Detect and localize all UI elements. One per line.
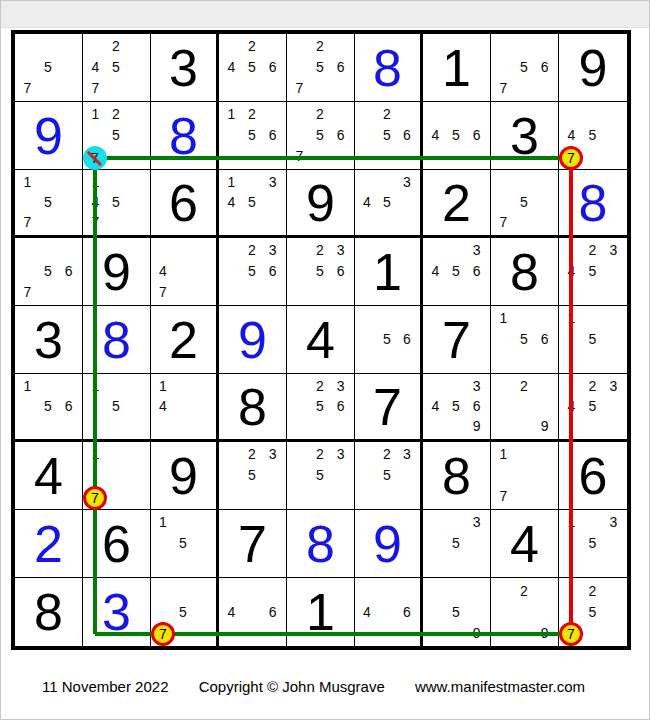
candidate-slot: 2 (310, 376, 331, 396)
candidate-slot (58, 281, 79, 302)
candidate-slot (514, 212, 535, 232)
candidate-slot (425, 512, 446, 533)
candidate-slot (173, 376, 193, 396)
candidate-slot (221, 580, 242, 601)
cell-r8c7[interactable]: 35 (423, 510, 491, 578)
candidate-slot: 4 (221, 192, 242, 212)
candidate-slot (357, 465, 377, 486)
cell-r4c8[interactable]: 8 (491, 238, 559, 306)
candidate-slot (85, 125, 106, 146)
candidate-slot (242, 212, 263, 232)
cell-r3c8[interactable]: 57 (491, 170, 559, 238)
candidate-slot (17, 261, 38, 282)
candidate-slot (561, 104, 582, 125)
candidate-slot (262, 212, 283, 232)
candidate-slot (603, 104, 624, 125)
pencil-marks: 156 (17, 376, 79, 436)
candidate-slot: 9 (466, 416, 487, 436)
candidate-slot (106, 465, 127, 486)
footer-website: www.manifestmaster.com (415, 678, 585, 695)
candidate-slot (17, 192, 38, 212)
cell-r1c5[interactable]: 2567 (287, 34, 355, 102)
sudoku-board: 5724573245625678156799125812562567256456… (11, 30, 631, 650)
candidate-slot (126, 192, 147, 212)
candidate-slot: 5 (582, 533, 603, 554)
cell-r3c5[interactable]: 9 (287, 170, 355, 238)
candidate-slot: 5 (310, 57, 331, 78)
candidate-slot: 6 (397, 601, 417, 622)
candidate-slot: 1 (17, 172, 38, 192)
chain-node-circle-r2c9: 7 (559, 146, 583, 170)
candidate-slot: 5 (242, 465, 263, 486)
candidate-slot (330, 416, 351, 436)
cell-r7c4[interactable]: 235 (219, 442, 287, 510)
cell-r1c8[interactable]: 567 (491, 34, 559, 102)
candidate-slot (582, 281, 603, 302)
candidate-slot (153, 416, 173, 436)
candidate-slot (493, 396, 514, 416)
candidate-slot (17, 36, 38, 57)
candidate-slot (534, 349, 555, 370)
cell-r8c6[interactable]: 9 (355, 510, 423, 578)
candidate-slot: 3 (466, 512, 487, 533)
candidate-slot: 7 (153, 281, 173, 302)
given-digit: 8 (491, 238, 558, 305)
pencil-marks: 57 (493, 172, 555, 232)
candidate-slot (17, 416, 38, 436)
cell-r9c1[interactable]: 8 (15, 578, 83, 646)
candidate-slot: 2 (310, 444, 331, 465)
candidate-slot (242, 281, 263, 302)
candidate-slot: 6 (466, 396, 487, 416)
pencil-marks: 567 (493, 36, 555, 98)
candidate-slot (262, 104, 283, 125)
candidate-slot: 5 (38, 261, 59, 282)
candidate-slot: 2 (514, 376, 535, 396)
candidate-slot (357, 212, 377, 232)
candidate-slot (603, 416, 624, 436)
candidate-slot: 4 (357, 192, 377, 212)
candidate-slot (262, 580, 283, 601)
candidate-slot (242, 485, 263, 506)
cell-r6c1[interactable]: 156 (15, 374, 83, 442)
candidate-slot (425, 533, 446, 554)
candidate-slot (425, 416, 446, 436)
candidate-slot: 3 (603, 240, 624, 261)
candidate-slot (38, 212, 59, 232)
candidate-slot: 5 (242, 125, 263, 146)
pencil-marks: 56 (357, 308, 417, 370)
cell-r7c6[interactable]: 235 (355, 442, 423, 510)
given-digit: 7 (219, 510, 286, 577)
cell-r5c1[interactable]: 3 (15, 306, 83, 374)
given-digit: 9 (559, 34, 627, 101)
candidate-slot (582, 622, 603, 643)
cell-r8c5[interactable]: 8 (287, 510, 355, 578)
given-digit: 8 (219, 374, 286, 439)
cell-r1c2[interactable]: 2457 (83, 34, 151, 102)
cell-r6c7[interactable]: 34569 (423, 374, 491, 442)
candidate-slot: 1 (221, 172, 242, 192)
pencil-marks: 3456 (425, 240, 487, 302)
cell-r5c8[interactable]: 156 (491, 306, 559, 374)
candidate-slot (153, 240, 173, 261)
candidate-slot (262, 485, 283, 506)
candidate-slot (466, 533, 487, 554)
candidate-slot: 7 (493, 212, 514, 232)
cell-r6c4[interactable]: 8 (219, 374, 287, 442)
candidate-slot: 2 (106, 36, 127, 57)
candidate-slot (173, 261, 193, 282)
candidate-slot (425, 104, 446, 125)
cell-r3c6[interactable]: 345 (355, 170, 423, 238)
candidate-slot: 4 (425, 125, 446, 146)
candidate-slot (397, 212, 417, 232)
candidate-slot: 6 (262, 57, 283, 78)
candidate-slot: 4 (153, 261, 173, 282)
candidate-slot: 6 (534, 329, 555, 350)
chain-line-red-right (569, 158, 573, 634)
given-digit: 9 (151, 442, 216, 509)
chain-line-green-top (95, 156, 571, 160)
candidate-slot (425, 281, 446, 302)
chain-node-circle-r2c2: 7 (83, 146, 107, 170)
pencil-marks: 235 (357, 444, 417, 506)
candidate-slot: 2 (310, 104, 331, 125)
candidate-slot (330, 465, 351, 486)
cell-r4c3[interactable]: 47 (151, 238, 219, 306)
candidate-slot (330, 485, 351, 506)
candidate-slot: 5 (514, 192, 535, 212)
candidate-slot (493, 57, 514, 78)
candidate-slot: 2 (242, 444, 263, 465)
candidate-slot (173, 553, 193, 574)
candidate-slot (106, 172, 127, 192)
candidate-slot: 5 (242, 57, 263, 78)
cell-r1c4[interactable]: 2456 (219, 34, 287, 102)
candidate-slot: 6 (330, 125, 351, 146)
candidate-slot (106, 485, 127, 506)
cell-r7c1[interactable]: 4 (15, 442, 83, 510)
cell-r3c3[interactable]: 6 (151, 170, 219, 238)
candidate-slot (126, 465, 147, 486)
candidate-slot (357, 308, 377, 329)
candidate-slot (493, 465, 514, 486)
candidate-slot (126, 416, 147, 436)
candidate-slot (193, 553, 213, 574)
candidate-slot (357, 580, 377, 601)
candidate-slot (173, 240, 193, 261)
candidate-slot (534, 308, 555, 329)
candidate-slot (262, 465, 283, 486)
candidate-slot (289, 36, 310, 57)
candidate-slot (58, 77, 79, 98)
cell-r1c9[interactable]: 9 (559, 34, 627, 102)
pencil-marks: 2456 (221, 36, 283, 98)
eliminated-strike-icon (87, 150, 102, 165)
candidate-slot (493, 349, 514, 370)
cell-r8c1[interactable]: 2 (15, 510, 83, 578)
candidate-slot (126, 104, 147, 125)
candidate-slot (126, 57, 147, 78)
cell-r2c1[interactable]: 9 (15, 102, 83, 170)
candidate-slot (58, 57, 79, 78)
cell-r3c7[interactable]: 2 (423, 170, 491, 238)
candidate-slot (106, 212, 127, 232)
candidate-slot (153, 553, 173, 574)
candidate-slot: 5 (446, 396, 467, 416)
candidate-slot (603, 329, 624, 350)
cell-r1c1[interactable]: 57 (15, 34, 83, 102)
candidate-slot (289, 261, 310, 282)
cell-r6c3[interactable]: 14 (151, 374, 219, 442)
pencil-marks: 1345 (221, 172, 283, 232)
candidate-slot (242, 580, 263, 601)
candidate-slot: 5 (106, 125, 127, 146)
candidate-slot (221, 36, 242, 57)
candidate-slot (262, 77, 283, 98)
candidate-slot (357, 125, 377, 146)
pencil-marks: 2457 (85, 36, 147, 98)
candidate-slot: 7 (493, 485, 514, 506)
cell-r5c7[interactable]: 7 (423, 306, 491, 374)
candidate-slot: 3 (262, 172, 283, 192)
candidate-slot (514, 172, 535, 192)
candidate-slot: 5 (310, 125, 331, 146)
cell-r8c8[interactable]: 4 (491, 510, 559, 578)
candidate-slot (582, 512, 603, 533)
candidate-slot (58, 192, 79, 212)
candidate-slot: 5 (38, 192, 59, 212)
candidate-slot (397, 349, 417, 370)
candidate-slot (58, 36, 79, 57)
candidate-slot: 2 (242, 240, 263, 261)
candidate-slot (425, 601, 446, 622)
candidate-slot: 6 (330, 261, 351, 282)
pencil-marks: 47 (153, 240, 213, 302)
candidate-slot (221, 77, 242, 98)
candidate-slot (377, 349, 397, 370)
candidate-slot (446, 512, 467, 533)
pencil-marks: 2356 (221, 240, 283, 302)
candidate-slot (446, 240, 467, 261)
candidate-slot (106, 444, 127, 465)
candidate-slot: 2 (377, 444, 397, 465)
given-digit: 7 (355, 374, 420, 439)
solved-digit: 9 (15, 102, 82, 169)
candidate-slot (425, 580, 446, 601)
cell-r6c6[interactable]: 7 (355, 374, 423, 442)
chain-node-circle-r9c3: 7 (151, 622, 175, 646)
candidate-slot: 2 (242, 104, 263, 125)
candidate-slot (425, 553, 446, 574)
candidate-slot (446, 416, 467, 436)
candidate-slot (262, 36, 283, 57)
cell-r4c4[interactable]: 2356 (219, 238, 287, 306)
candidate-slot (126, 396, 147, 416)
cell-r4c7[interactable]: 3456 (423, 238, 491, 306)
cell-r1c6[interactable]: 8 (355, 34, 423, 102)
candidate-slot (397, 580, 417, 601)
given-digit: 2 (423, 170, 490, 235)
candidate-slot (582, 104, 603, 125)
candidate-slot (582, 553, 603, 574)
candidate-slot: 5 (446, 601, 467, 622)
solved-digit: 9 (219, 306, 286, 373)
candidate-slot (446, 104, 467, 125)
candidate-slot (603, 580, 624, 601)
candidate-slot (173, 396, 193, 416)
candidate-slot (466, 104, 487, 125)
cell-r1c3[interactable]: 3 (151, 34, 219, 102)
cell-r7c8[interactable]: 17 (491, 442, 559, 510)
candidate-slot (58, 240, 79, 261)
given-digit: 3 (151, 34, 216, 101)
candidate-slot (193, 580, 213, 601)
candidate-slot: 5 (446, 261, 467, 282)
cell-r5c4[interactable]: 9 (219, 306, 287, 374)
candidate-slot (126, 444, 147, 465)
candidate-slot (603, 125, 624, 146)
candidate-slot (221, 444, 242, 465)
cell-r7c3[interactable]: 9 (151, 442, 219, 510)
cell-r3c1[interactable]: 157 (15, 170, 83, 238)
solved-digit: 8 (355, 34, 420, 101)
candidate-slot: 3 (466, 240, 487, 261)
candidate-slot (289, 125, 310, 146)
candidate-slot (17, 57, 38, 78)
given-digit: 4 (15, 442, 82, 509)
cell-r4c1[interactable]: 567 (15, 238, 83, 306)
cell-r8c3[interactable]: 15 (151, 510, 219, 578)
candidate-slot: 5 (242, 192, 263, 212)
candidate-slot: 6 (262, 125, 283, 146)
given-digit: 8 (423, 442, 490, 509)
candidate-slot (357, 444, 377, 465)
candidate-slot (446, 553, 467, 574)
candidate-slot: 3 (603, 512, 624, 533)
candidate-slot: 2 (514, 580, 535, 601)
candidate-slot: 3 (330, 376, 351, 396)
cell-r5c3[interactable]: 2 (151, 306, 219, 374)
candidate-slot: 6 (534, 57, 555, 78)
candidate-slot: 3 (397, 172, 417, 192)
candidate-slot: 2 (377, 104, 397, 125)
candidate-slot: 5 (514, 57, 535, 78)
candidate-slot (310, 77, 331, 98)
candidate-slot: 5 (38, 396, 59, 416)
candidate-slot (38, 77, 59, 98)
candidate-slot (534, 36, 555, 57)
candidate-slot: 5 (106, 396, 127, 416)
cell-r1c7[interactable]: 1 (423, 34, 491, 102)
candidate-slot (173, 580, 193, 601)
candidate-slot: 4 (357, 601, 377, 622)
candidate-slot (397, 308, 417, 329)
candidate-slot (425, 376, 446, 396)
candidate-slot (126, 125, 147, 146)
cell-r7c7[interactable]: 8 (423, 442, 491, 510)
candidate-slot (603, 622, 624, 643)
candidate-slot: 5 (377, 329, 397, 350)
candidate-slot (193, 601, 213, 622)
footer-date: 11 November 2022 (42, 678, 168, 695)
candidate-slot: 1 (221, 104, 242, 125)
candidate-slot (330, 77, 351, 98)
cell-r8c4[interactable]: 7 (219, 510, 287, 578)
pencil-marks: 567 (17, 240, 79, 302)
candidate-slot (221, 261, 242, 282)
candidate-slot (493, 580, 514, 601)
candidate-slot: 2 (106, 104, 127, 125)
candidate-slot (310, 416, 331, 436)
candidate-slot (493, 601, 514, 622)
candidate-slot (514, 308, 535, 329)
candidate-slot (466, 601, 487, 622)
candidate-slot (126, 212, 147, 232)
candidate-slot: 2 (582, 376, 603, 396)
cell-r4c6[interactable]: 1 (355, 238, 423, 306)
candidate-slot: 7 (17, 77, 38, 98)
candidate-slot: 5 (446, 533, 467, 554)
candidate-slot (357, 104, 377, 125)
cell-r7c5[interactable]: 235 (287, 442, 355, 510)
candidate-slot: 5 (38, 57, 59, 78)
candidate-slot: 6 (58, 261, 79, 282)
pencil-marks: 235 (289, 444, 351, 506)
footer: 11 November 2022 Copyright © John Musgra… (42, 678, 585, 695)
candidate-slot (357, 329, 377, 350)
candidate-slot (193, 533, 213, 554)
candidate-slot (126, 376, 147, 396)
candidate-slot (221, 485, 242, 506)
candidate-slot (425, 240, 446, 261)
candidate-slot: 5 (514, 329, 535, 350)
cell-r5c6[interactable]: 56 (355, 306, 423, 374)
candidate-slot (221, 212, 242, 232)
cell-r6c8[interactable]: 29 (491, 374, 559, 442)
candidate-slot (193, 512, 213, 533)
candidate-slot (514, 349, 535, 370)
candidate-slot (603, 396, 624, 416)
cell-r5c5[interactable]: 4 (287, 306, 355, 374)
candidate-slot (242, 601, 263, 622)
pencil-marks: 57 (17, 36, 79, 98)
candidate-slot: 2 (310, 240, 331, 261)
given-digit: 3 (15, 306, 82, 373)
candidate-slot (58, 416, 79, 436)
candidate-slot: 2 (582, 580, 603, 601)
candidate-slot (493, 376, 514, 396)
candidate-slot (38, 376, 59, 396)
solved-digit: 9 (355, 510, 420, 577)
candidate-slot (514, 485, 535, 506)
cell-r6c5[interactable]: 2356 (287, 374, 355, 442)
candidate-slot: 4 (221, 57, 242, 78)
cell-r4c5[interactable]: 2356 (287, 238, 355, 306)
cell-r3c4[interactable]: 1345 (219, 170, 287, 238)
candidate-slot (466, 553, 487, 574)
candidate-slot (289, 57, 310, 78)
candidate-slot (153, 601, 173, 622)
candidate-slot (126, 77, 147, 98)
candidate-slot: 6 (262, 261, 283, 282)
candidate-slot (221, 281, 242, 302)
candidate-slot (126, 172, 147, 192)
candidate-slot: 6 (466, 125, 487, 146)
candidate-slot (514, 36, 535, 57)
candidate-slot (397, 192, 417, 212)
